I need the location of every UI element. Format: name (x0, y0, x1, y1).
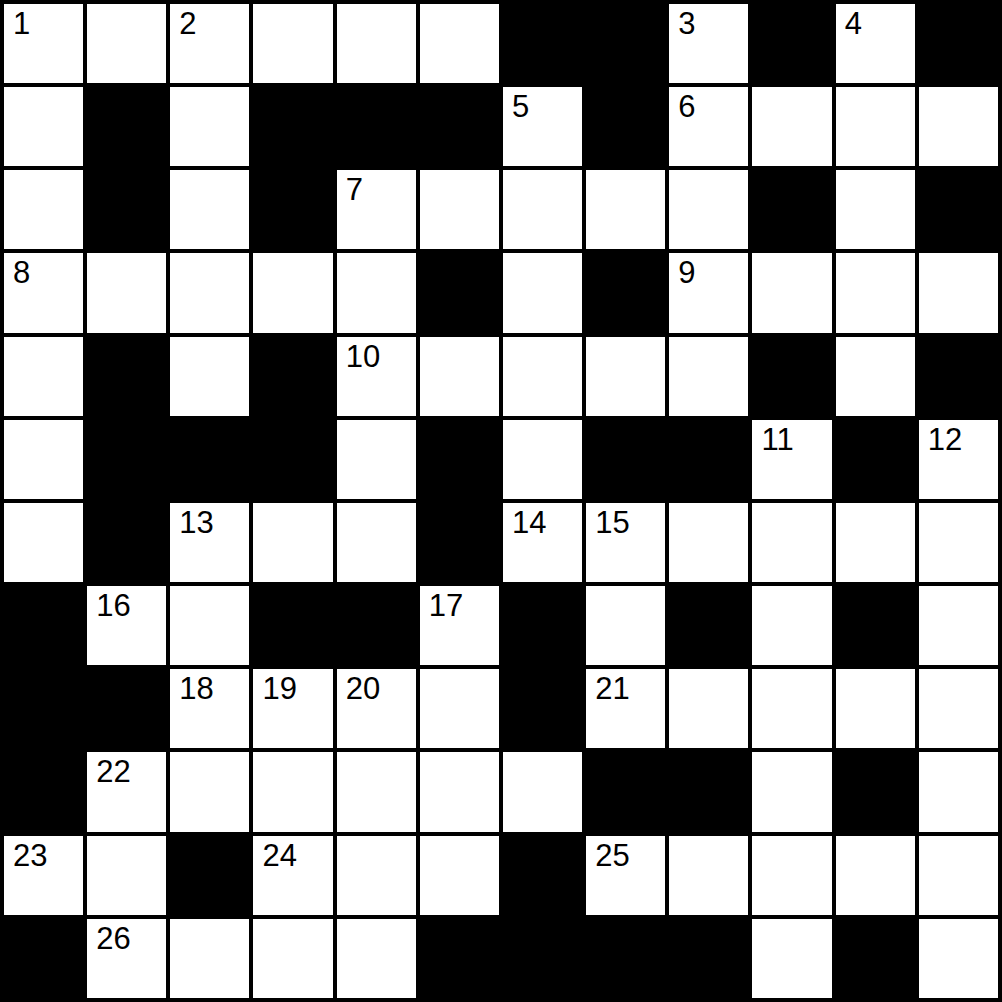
open-cell[interactable]: 11 (750, 418, 833, 501)
open-cell[interactable] (750, 750, 833, 833)
clue-number: 7 (346, 172, 363, 208)
blocked-cell (750, 2, 833, 85)
blocked-cell (2, 750, 85, 833)
clue-number: 5 (512, 89, 529, 125)
open-cell[interactable]: 14 (501, 501, 584, 584)
open-cell[interactable] (2, 418, 85, 501)
clue-number: 1 (13, 6, 30, 42)
blocked-cell (251, 335, 334, 418)
clue-number: 3 (678, 6, 695, 42)
open-cell[interactable]: 19 (251, 667, 334, 750)
open-cell[interactable] (418, 168, 501, 251)
blocked-cell (251, 584, 334, 667)
open-cell[interactable] (418, 335, 501, 418)
open-cell[interactable] (750, 667, 833, 750)
open-cell[interactable] (917, 667, 1000, 750)
open-cell[interactable] (667, 335, 750, 418)
open-cell[interactable]: 16 (85, 584, 168, 667)
blocked-cell (584, 917, 667, 1000)
open-cell[interactable] (584, 584, 667, 667)
blocked-cell (168, 418, 251, 501)
blocked-cell (667, 750, 750, 833)
open-cell[interactable] (501, 335, 584, 418)
open-cell[interactable]: 7 (335, 168, 418, 251)
clue-number: 21 (595, 671, 629, 707)
blocked-cell (501, 834, 584, 917)
open-cell[interactable] (750, 834, 833, 917)
clue-number: 10 (346, 339, 380, 375)
open-cell[interactable] (667, 168, 750, 251)
blocked-cell (834, 750, 917, 833)
clue-number: 26 (96, 921, 130, 957)
clue-number: 25 (595, 838, 629, 874)
blocked-cell (2, 667, 85, 750)
open-cell[interactable] (2, 501, 85, 584)
open-cell[interactable]: 20 (335, 667, 418, 750)
open-cell[interactable] (335, 2, 418, 85)
open-cell[interactable] (834, 834, 917, 917)
blocked-cell (251, 85, 334, 168)
clue-number: 16 (96, 588, 130, 624)
open-cell[interactable]: 23 (2, 834, 85, 917)
open-cell[interactable]: 15 (584, 501, 667, 584)
blocked-cell (667, 917, 750, 1000)
blocked-cell (251, 418, 334, 501)
blocked-cell (168, 834, 251, 917)
clue-number: 14 (512, 505, 546, 541)
open-cell[interactable] (168, 750, 251, 833)
open-cell[interactable] (834, 667, 917, 750)
open-cell[interactable] (667, 501, 750, 584)
blocked-cell (85, 501, 168, 584)
open-cell[interactable]: 2 (168, 2, 251, 85)
open-cell[interactable] (418, 2, 501, 85)
open-cell[interactable]: 13 (168, 501, 251, 584)
open-cell[interactable] (2, 335, 85, 418)
open-cell[interactable] (667, 667, 750, 750)
open-cell[interactable] (251, 750, 334, 833)
blocked-cell (418, 917, 501, 1000)
open-cell[interactable] (168, 584, 251, 667)
open-cell[interactable] (584, 335, 667, 418)
open-cell[interactable]: 21 (584, 667, 667, 750)
open-cell[interactable] (501, 418, 584, 501)
open-cell[interactable] (168, 917, 251, 1000)
blocked-cell (834, 917, 917, 1000)
clue-number: 19 (262, 671, 296, 707)
blocked-cell (750, 168, 833, 251)
blocked-cell (750, 335, 833, 418)
blocked-cell (584, 85, 667, 168)
open-cell[interactable] (418, 834, 501, 917)
open-cell[interactable] (917, 834, 1000, 917)
blocked-cell (85, 667, 168, 750)
open-cell[interactable]: 25 (584, 834, 667, 917)
blocked-cell (501, 667, 584, 750)
crossword-board: 1234567891011121314151617181920212223242… (0, 0, 1002, 1002)
blocked-cell (418, 85, 501, 168)
open-cell[interactable] (917, 501, 1000, 584)
open-cell[interactable] (335, 251, 418, 334)
blocked-cell (917, 168, 1000, 251)
blocked-cell (251, 168, 334, 251)
open-cell[interactable] (85, 251, 168, 334)
open-cell[interactable]: 24 (251, 834, 334, 917)
open-cell[interactable] (335, 501, 418, 584)
open-cell[interactable] (917, 750, 1000, 833)
blocked-cell (667, 584, 750, 667)
open-cell[interactable] (917, 251, 1000, 334)
open-cell[interactable] (168, 168, 251, 251)
open-cell[interactable] (584, 168, 667, 251)
open-cell[interactable] (85, 2, 168, 85)
blocked-cell (85, 335, 168, 418)
open-cell[interactable] (750, 251, 833, 334)
open-cell[interactable]: 5 (501, 85, 584, 168)
open-cell[interactable]: 17 (418, 584, 501, 667)
blocked-cell (584, 418, 667, 501)
clue-number: 15 (595, 505, 629, 541)
open-cell[interactable] (501, 750, 584, 833)
blocked-cell (2, 917, 85, 1000)
open-cell[interactable]: 26 (85, 917, 168, 1000)
blocked-cell (501, 584, 584, 667)
open-cell[interactable] (917, 917, 1000, 1000)
open-cell[interactable]: 1 (2, 2, 85, 85)
open-cell[interactable] (335, 917, 418, 1000)
open-cell[interactable] (418, 667, 501, 750)
crossword-grid: 1234567891011121314151617181920212223242… (2, 2, 1000, 1000)
open-cell[interactable] (750, 917, 833, 1000)
open-cell[interactable] (2, 168, 85, 251)
blocked-cell (501, 2, 584, 85)
open-cell[interactable] (335, 834, 418, 917)
blocked-cell (85, 85, 168, 168)
open-cell[interactable] (335, 418, 418, 501)
blocked-cell (584, 750, 667, 833)
open-cell[interactable]: 22 (85, 750, 168, 833)
clue-number: 23 (13, 838, 47, 874)
open-cell[interactable] (168, 251, 251, 334)
open-cell[interactable]: 4 (834, 2, 917, 85)
open-cell[interactable] (251, 501, 334, 584)
clue-number: 9 (678, 255, 695, 291)
clue-number: 22 (96, 754, 130, 790)
open-cell[interactable] (917, 85, 1000, 168)
clue-number: 13 (179, 505, 213, 541)
open-cell[interactable] (251, 917, 334, 1000)
blocked-cell (584, 251, 667, 334)
blocked-cell (584, 2, 667, 85)
blocked-cell (418, 251, 501, 334)
clue-number: 8 (13, 255, 30, 291)
blocked-cell (85, 418, 168, 501)
clue-number: 12 (928, 422, 962, 458)
blocked-cell (501, 917, 584, 1000)
clue-number: 2 (179, 6, 196, 42)
open-cell[interactable]: 6 (667, 85, 750, 168)
open-cell[interactable] (750, 85, 833, 168)
blocked-cell (418, 418, 501, 501)
open-cell[interactable]: 18 (168, 667, 251, 750)
open-cell[interactable] (750, 584, 833, 667)
blocked-cell (834, 418, 917, 501)
open-cell[interactable]: 9 (667, 251, 750, 334)
open-cell[interactable] (501, 168, 584, 251)
open-cell[interactable] (834, 335, 917, 418)
open-cell[interactable] (501, 251, 584, 334)
clue-number: 6 (678, 89, 695, 125)
open-cell[interactable] (917, 584, 1000, 667)
open-cell[interactable] (251, 251, 334, 334)
open-cell[interactable] (834, 168, 917, 251)
open-cell[interactable] (2, 85, 85, 168)
blocked-cell (335, 85, 418, 168)
open-cell[interactable] (667, 834, 750, 917)
open-cell[interactable]: 8 (2, 251, 85, 334)
blocked-cell (917, 2, 1000, 85)
open-cell[interactable] (834, 501, 917, 584)
blocked-cell (667, 418, 750, 501)
open-cell[interactable] (834, 85, 917, 168)
clue-number: 11 (761, 422, 793, 458)
open-cell[interactable] (335, 750, 418, 833)
clue-number: 20 (346, 671, 380, 707)
open-cell[interactable] (168, 85, 251, 168)
clue-number: 24 (262, 838, 296, 874)
blocked-cell (2, 584, 85, 667)
open-cell[interactable]: 10 (335, 335, 418, 418)
open-cell[interactable] (168, 335, 251, 418)
blocked-cell (418, 501, 501, 584)
blocked-cell (917, 335, 1000, 418)
open-cell[interactable] (251, 2, 334, 85)
open-cell[interactable] (750, 501, 833, 584)
clue-number: 17 (429, 588, 463, 624)
open-cell[interactable]: 12 (917, 418, 1000, 501)
blocked-cell (335, 584, 418, 667)
open-cell[interactable] (85, 834, 168, 917)
open-cell[interactable] (418, 750, 501, 833)
clue-number: 4 (845, 6, 862, 42)
open-cell[interactable] (834, 251, 917, 334)
blocked-cell (85, 168, 168, 251)
clue-number: 18 (179, 671, 213, 707)
open-cell[interactable]: 3 (667, 2, 750, 85)
blocked-cell (834, 584, 917, 667)
